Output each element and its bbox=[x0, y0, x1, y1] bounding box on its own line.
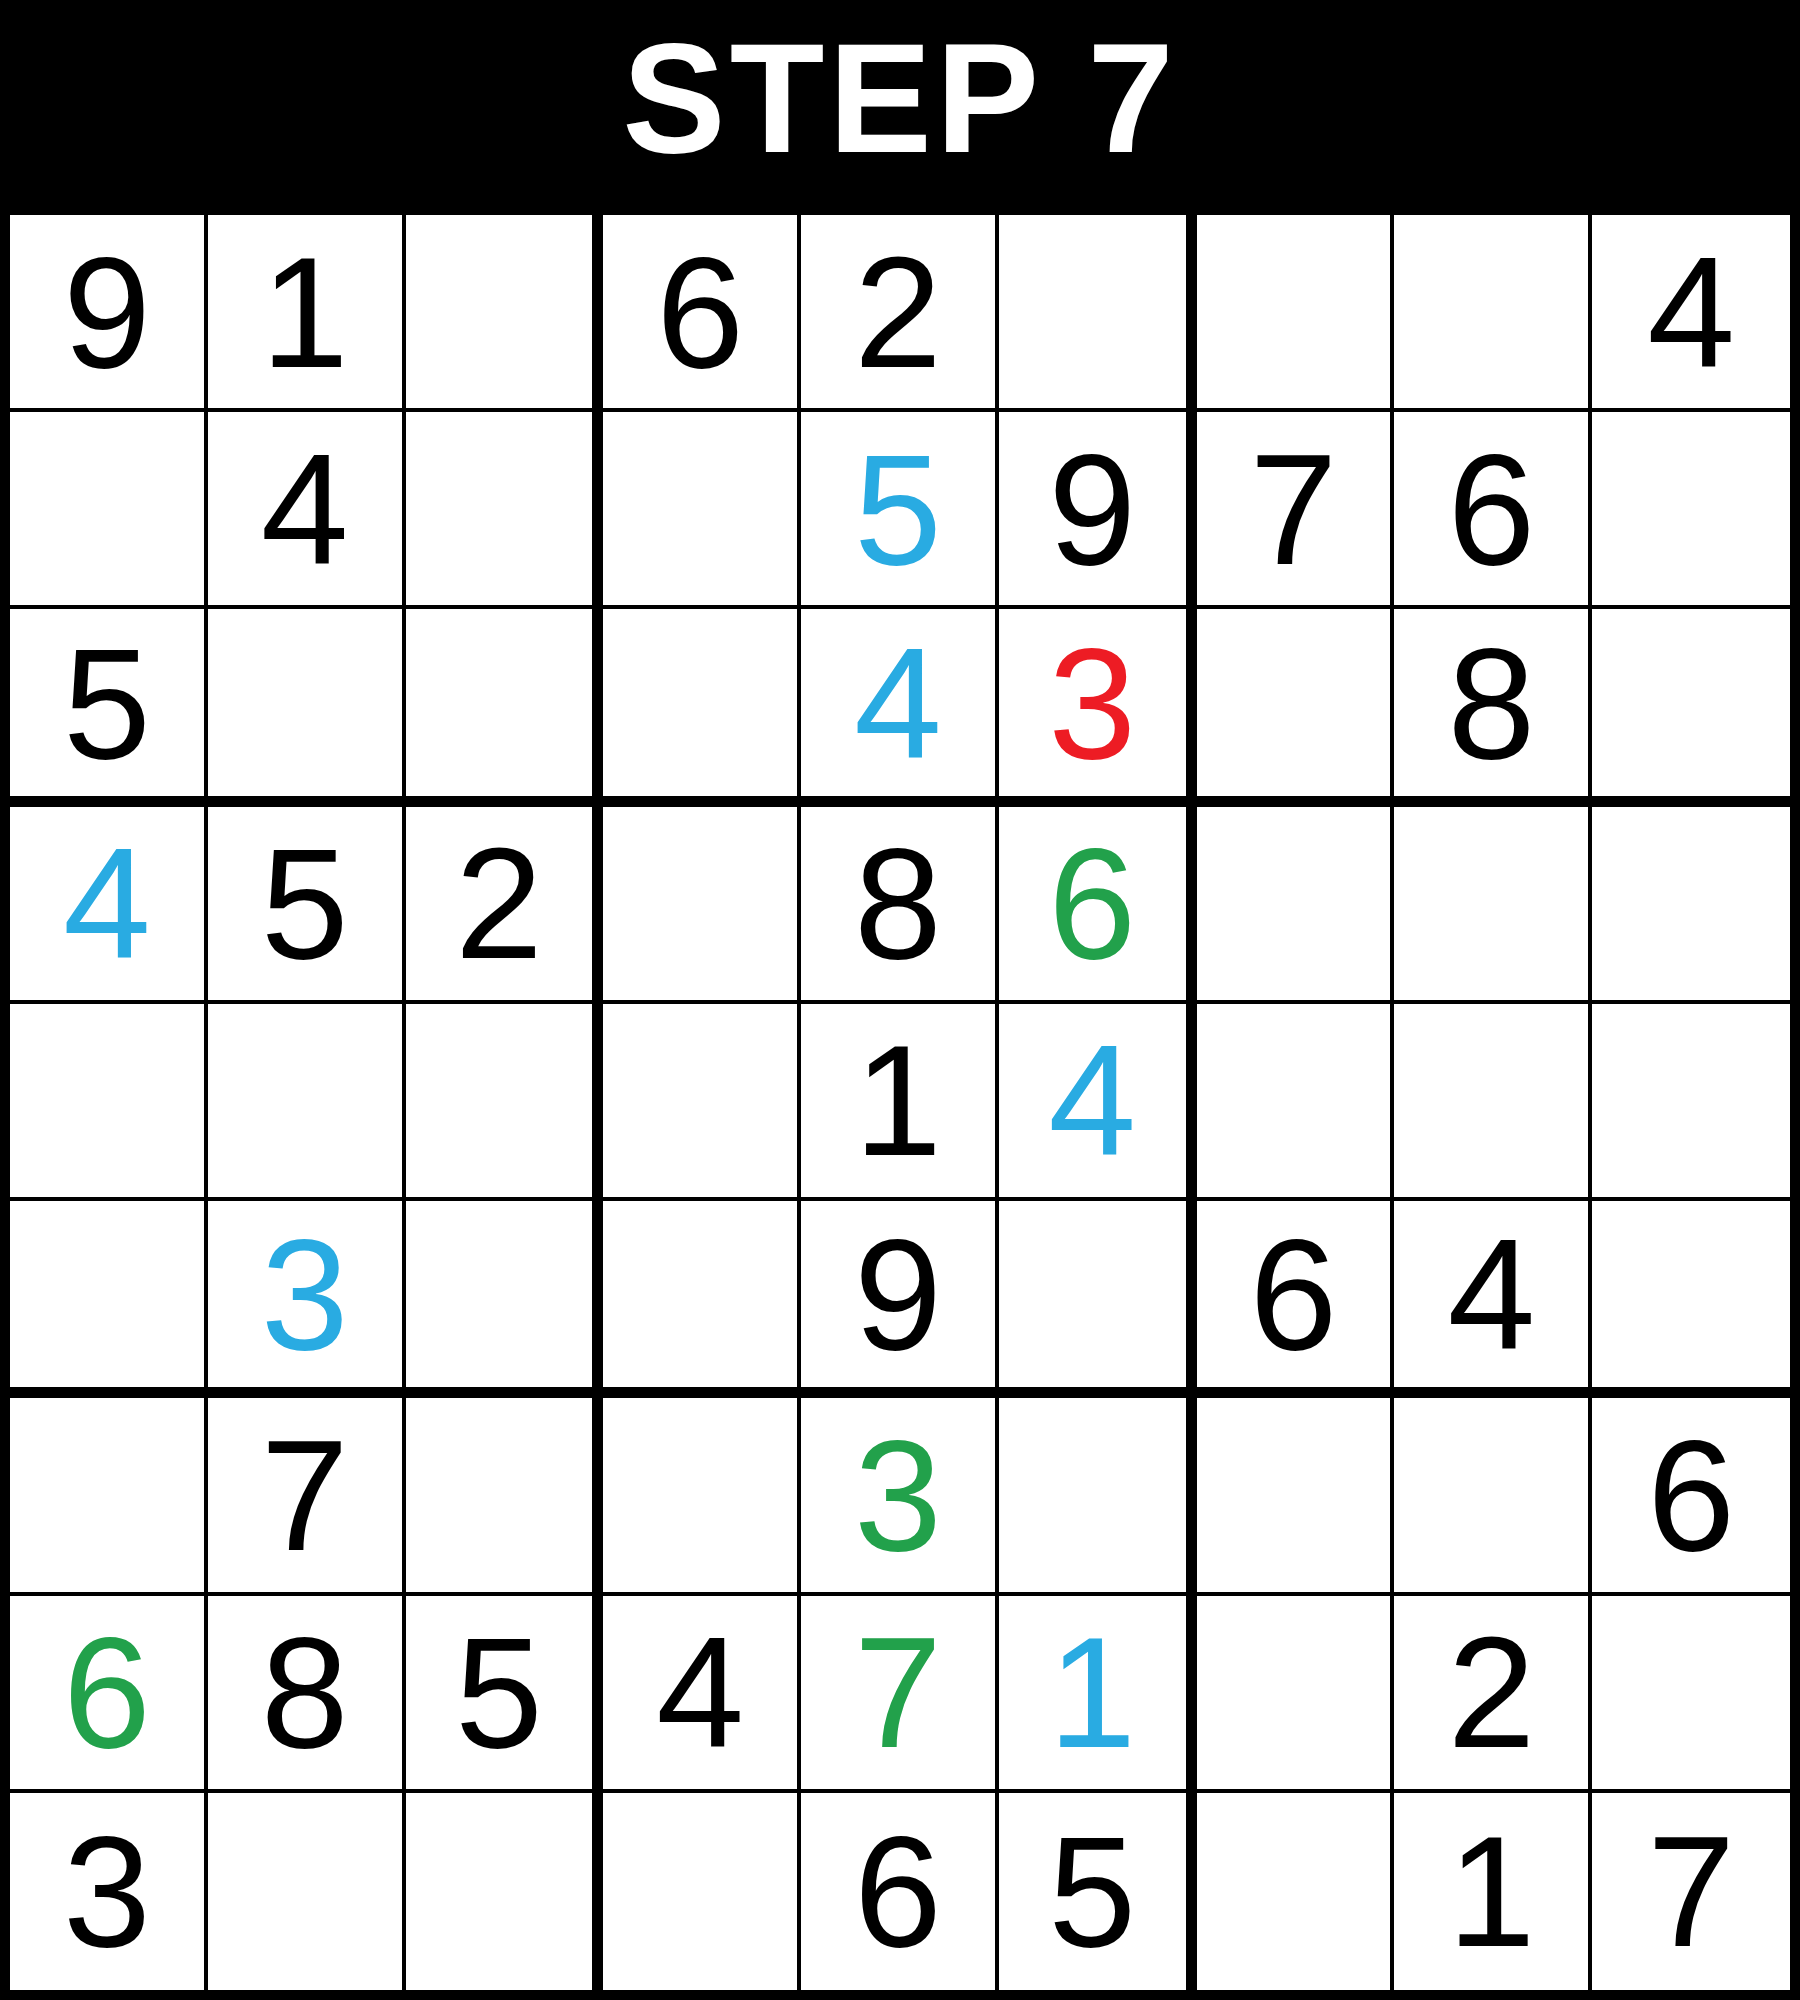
cell-r3c6[interactable]: 3 bbox=[999, 609, 1197, 806]
cell-r2c2[interactable]: 4 bbox=[208, 412, 406, 609]
cell-r6c1[interactable] bbox=[10, 1201, 208, 1398]
cell-r3c5[interactable]: 4 bbox=[801, 609, 999, 806]
cell-r6c7[interactable]: 6 bbox=[1197, 1201, 1395, 1398]
cell-r4c7[interactable] bbox=[1197, 807, 1395, 1004]
cell-r2c4[interactable] bbox=[603, 412, 801, 609]
cell-r7c6[interactable] bbox=[999, 1398, 1197, 1595]
page-title: STEP 7 bbox=[622, 21, 1177, 176]
cell-r6c8[interactable]: 4 bbox=[1394, 1201, 1592, 1398]
cell-r4c9[interactable] bbox=[1592, 807, 1790, 1004]
cell-r7c9[interactable]: 6 bbox=[1592, 1398, 1790, 1595]
cell-r2c3[interactable] bbox=[406, 412, 604, 609]
cell-r3c3[interactable] bbox=[406, 609, 604, 806]
cell-r7c1[interactable] bbox=[10, 1398, 208, 1595]
cell-r4c8[interactable] bbox=[1394, 807, 1592, 1004]
cell-r2c6[interactable]: 9 bbox=[999, 412, 1197, 609]
cell-r5c5[interactable]: 1 bbox=[801, 1004, 999, 1201]
title-bar: STEP 7 bbox=[0, 0, 1800, 205]
cell-r4c2[interactable]: 5 bbox=[208, 807, 406, 1004]
cell-r5c9[interactable] bbox=[1592, 1004, 1790, 1201]
cell-r1c4[interactable]: 6 bbox=[603, 215, 801, 412]
cell-r9c9[interactable]: 7 bbox=[1592, 1793, 1790, 1990]
cell-r1c1[interactable]: 9 bbox=[10, 215, 208, 412]
cell-r2c8[interactable]: 6 bbox=[1394, 412, 1592, 609]
cell-r7c7[interactable] bbox=[1197, 1398, 1395, 1595]
cell-r6c6[interactable] bbox=[999, 1201, 1197, 1398]
cell-r3c7[interactable] bbox=[1197, 609, 1395, 806]
cell-r8c9[interactable] bbox=[1592, 1596, 1790, 1793]
cell-r4c4[interactable] bbox=[603, 807, 801, 1004]
sudoku-step-diagram: STEP 7 916244597654384528614396473668547… bbox=[0, 0, 1800, 2000]
cell-r5c1[interactable] bbox=[10, 1004, 208, 1201]
cell-r8c4[interactable]: 4 bbox=[603, 1596, 801, 1793]
cell-r1c8[interactable] bbox=[1394, 215, 1592, 412]
cell-r3c4[interactable] bbox=[603, 609, 801, 806]
cell-r4c3[interactable]: 2 bbox=[406, 807, 604, 1004]
cell-r9c2[interactable] bbox=[208, 1793, 406, 1990]
cell-r5c4[interactable] bbox=[603, 1004, 801, 1201]
cell-r6c4[interactable] bbox=[603, 1201, 801, 1398]
cell-r1c7[interactable] bbox=[1197, 215, 1395, 412]
cell-r1c3[interactable] bbox=[406, 215, 604, 412]
cell-r9c7[interactable] bbox=[1197, 1793, 1395, 1990]
cell-r5c2[interactable] bbox=[208, 1004, 406, 1201]
cell-r7c3[interactable] bbox=[406, 1398, 604, 1595]
cell-r7c8[interactable] bbox=[1394, 1398, 1592, 1595]
cell-r9c5[interactable]: 6 bbox=[801, 1793, 999, 1990]
cell-r3c9[interactable] bbox=[1592, 609, 1790, 806]
cell-r5c7[interactable] bbox=[1197, 1004, 1395, 1201]
cell-r8c1[interactable]: 6 bbox=[10, 1596, 208, 1793]
cell-r6c2[interactable]: 3 bbox=[208, 1201, 406, 1398]
cell-r9c4[interactable] bbox=[603, 1793, 801, 1990]
cell-r8c3[interactable]: 5 bbox=[406, 1596, 604, 1793]
cell-r4c5[interactable]: 8 bbox=[801, 807, 999, 1004]
cell-r4c6[interactable]: 6 bbox=[999, 807, 1197, 1004]
cell-r4c1[interactable]: 4 bbox=[10, 807, 208, 1004]
cell-r5c3[interactable] bbox=[406, 1004, 604, 1201]
cell-r2c5[interactable]: 5 bbox=[801, 412, 999, 609]
cell-r1c9[interactable]: 4 bbox=[1592, 215, 1790, 412]
cell-r2c1[interactable] bbox=[10, 412, 208, 609]
cell-r2c7[interactable]: 7 bbox=[1197, 412, 1395, 609]
cell-r8c8[interactable]: 2 bbox=[1394, 1596, 1592, 1793]
cell-r3c2[interactable] bbox=[208, 609, 406, 806]
cell-r1c2[interactable]: 1 bbox=[208, 215, 406, 412]
cell-r9c6[interactable]: 5 bbox=[999, 1793, 1197, 1990]
cell-r6c3[interactable] bbox=[406, 1201, 604, 1398]
cell-r8c7[interactable] bbox=[1197, 1596, 1395, 1793]
cell-r8c2[interactable]: 8 bbox=[208, 1596, 406, 1793]
cell-r2c9[interactable] bbox=[1592, 412, 1790, 609]
cell-r6c9[interactable] bbox=[1592, 1201, 1790, 1398]
cell-r9c3[interactable] bbox=[406, 1793, 604, 1990]
cell-r6c5[interactable]: 9 bbox=[801, 1201, 999, 1398]
sudoku-board: 9162445976543845286143964736685471236517 bbox=[0, 205, 1800, 2000]
cell-r7c5[interactable]: 3 bbox=[801, 1398, 999, 1595]
cell-r1c6[interactable] bbox=[999, 215, 1197, 412]
cell-r5c8[interactable] bbox=[1394, 1004, 1592, 1201]
cell-r9c8[interactable]: 1 bbox=[1394, 1793, 1592, 1990]
cell-r9c1[interactable]: 3 bbox=[10, 1793, 208, 1990]
cell-r7c4[interactable] bbox=[603, 1398, 801, 1595]
cell-r1c5[interactable]: 2 bbox=[801, 215, 999, 412]
cell-r3c1[interactable]: 5 bbox=[10, 609, 208, 806]
cell-r8c5[interactable]: 7 bbox=[801, 1596, 999, 1793]
cell-r5c6[interactable]: 4 bbox=[999, 1004, 1197, 1201]
cell-r3c8[interactable]: 8 bbox=[1394, 609, 1592, 806]
cell-r7c2[interactable]: 7 bbox=[208, 1398, 406, 1595]
cell-r8c6[interactable]: 1 bbox=[999, 1596, 1197, 1793]
